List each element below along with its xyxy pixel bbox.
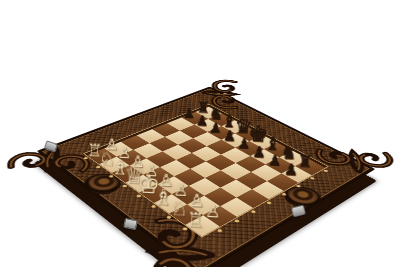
black-pawn[interactable]: ♟ (252, 145, 266, 161)
black-pawn[interactable]: ♟ (267, 153, 281, 169)
photo-stage: ♜♞♝♛♚♝♞♜♟♟♟♟♟♟♟♟♙♙♙♙♙♙♙♙♖♘♗♕♔♗♘♖ (0, 0, 400, 267)
white-rook[interactable]: ♖ (185, 210, 204, 231)
black-pawn[interactable]: ♟ (283, 162, 298, 178)
black-rook[interactable]: ♜ (296, 153, 312, 171)
black-pawn[interactable]: ♟ (237, 137, 251, 152)
white-knight[interactable]: ♘ (169, 198, 189, 220)
board-scene: ♜♞♝♛♚♝♞♜♟♟♟♟♟♟♟♟♙♙♙♙♙♙♙♙♖♘♗♕♔♗♘♖ (80, 34, 332, 267)
black-knight[interactable]: ♞ (280, 143, 297, 162)
white-pawn[interactable]: ♙ (204, 203, 220, 221)
black-pawn[interactable]: ♟ (222, 129, 236, 144)
black-pawn[interactable]: ♟ (209, 121, 222, 136)
black-pawn[interactable]: ♟ (195, 114, 208, 128)
square-grid: ♜♞♝♛♚♝♞♜♟♟♟♟♟♟♟♟♙♙♙♙♙♙♙♙♖♘♗♕♔♗♘♖ (87, 107, 322, 235)
carved-scroll-ornament (311, 146, 400, 178)
black-pawn[interactable]: ♟ (182, 107, 195, 121)
